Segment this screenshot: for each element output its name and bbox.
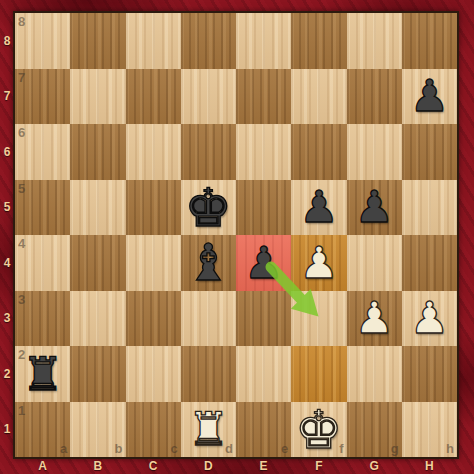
piece-white-pawn[interactable]: ♟ <box>299 241 338 285</box>
square-e7[interactable] <box>236 69 291 125</box>
square-d3[interactable] <box>181 291 236 347</box>
border-rank-label-6: 6 <box>0 124 14 180</box>
square-c7[interactable] <box>126 69 181 125</box>
square-b4[interactable] <box>70 235 125 291</box>
square-f3[interactable] <box>291 291 346 347</box>
square-a6[interactable]: 6 <box>15 124 70 180</box>
square-c8[interactable] <box>126 13 181 69</box>
border-file-label-F: F <box>291 457 346 474</box>
border-file-label-E: E <box>236 457 291 474</box>
square-e5[interactable] <box>236 180 291 236</box>
piece-black-pawn[interactable]: ♟ <box>299 185 338 229</box>
inner-rank-label-2: 2 <box>18 348 25 361</box>
square-h4[interactable] <box>402 235 457 291</box>
inner-file-label-a: a <box>60 442 67 455</box>
square-c6[interactable] <box>126 124 181 180</box>
border-rank-labels: 87654321 <box>0 13 14 457</box>
square-e2[interactable] <box>236 346 291 402</box>
inner-file-label-d: d <box>225 442 233 455</box>
inner-rank-label-5: 5 <box>18 182 25 195</box>
border-file-label-A: A <box>15 457 70 474</box>
square-c2[interactable] <box>126 346 181 402</box>
inner-rank-label-1: 1 <box>18 404 25 417</box>
square-b6[interactable] <box>70 124 125 180</box>
border-file-label-C: C <box>126 457 181 474</box>
square-b5[interactable] <box>70 180 125 236</box>
square-h7[interactable]: ♟ <box>402 69 457 125</box>
square-h2[interactable] <box>402 346 457 402</box>
square-a8[interactable]: 8 <box>15 13 70 69</box>
square-d7[interactable] <box>181 69 236 125</box>
square-g2[interactable] <box>347 346 402 402</box>
square-d6[interactable] <box>181 124 236 180</box>
square-c1[interactable]: c <box>126 402 181 458</box>
square-g8[interactable] <box>347 13 402 69</box>
square-g6[interactable] <box>347 124 402 180</box>
inner-file-label-b: b <box>115 442 123 455</box>
square-b2[interactable] <box>70 346 125 402</box>
square-d5[interactable]: ♚ <box>181 180 236 236</box>
square-c3[interactable] <box>126 291 181 347</box>
square-e3[interactable] <box>236 291 291 347</box>
square-h8[interactable] <box>402 13 457 69</box>
square-b7[interactable] <box>70 69 125 125</box>
square-d8[interactable] <box>181 13 236 69</box>
inner-file-label-f: f <box>339 442 343 455</box>
piece-black-rook[interactable]: ♜ <box>22 351 63 397</box>
square-f1[interactable]: f♚ <box>291 402 346 458</box>
inner-rank-label-8: 8 <box>18 15 25 28</box>
piece-black-pawn[interactable]: ♟ <box>244 241 283 285</box>
border-rank-label-4: 4 <box>0 235 14 291</box>
border-file-label-B: B <box>70 457 125 474</box>
square-d1[interactable]: d♜ <box>181 402 236 458</box>
border-rank-label-5: 5 <box>0 180 14 236</box>
square-f4[interactable]: ♟ <box>291 235 346 291</box>
chess-board: 87♟65♚♟♟4♝♟♟3♟♟2♜1abcd♜ef♚gh <box>13 11 459 459</box>
piece-black-pawn[interactable]: ♟ <box>354 185 393 229</box>
square-f8[interactable] <box>291 13 346 69</box>
square-b8[interactable] <box>70 13 125 69</box>
inner-file-label-g: g <box>391 442 399 455</box>
square-b1[interactable]: b <box>70 402 125 458</box>
square-g7[interactable] <box>347 69 402 125</box>
inner-rank-label-3: 3 <box>18 293 25 306</box>
border-file-label-H: H <box>402 457 457 474</box>
piece-black-pawn[interactable]: ♟ <box>410 74 449 118</box>
piece-white-pawn[interactable]: ♟ <box>410 296 449 340</box>
square-a3[interactable]: 3 <box>15 291 70 347</box>
square-g4[interactable] <box>347 235 402 291</box>
square-f7[interactable] <box>291 69 346 125</box>
inner-file-label-c: c <box>171 442 178 455</box>
square-h5[interactable] <box>402 180 457 236</box>
border-file-label-G: G <box>347 457 402 474</box>
square-e4[interactable]: ♟ <box>236 235 291 291</box>
border-file-label-D: D <box>181 457 236 474</box>
border-rank-label-7: 7 <box>0 69 14 125</box>
border-rank-label-8: 8 <box>0 13 14 69</box>
square-h1[interactable]: h <box>402 402 457 458</box>
piece-white-rook[interactable]: ♜ <box>188 406 229 452</box>
inner-rank-label-4: 4 <box>18 237 25 250</box>
piece-black-bishop[interactable]: ♝ <box>186 237 232 288</box>
square-d2[interactable] <box>181 346 236 402</box>
border-rank-label-2: 2 <box>0 346 14 402</box>
border-rank-label-3: 3 <box>0 291 14 347</box>
inner-rank-label-6: 6 <box>18 126 25 139</box>
piece-white-pawn[interactable]: ♟ <box>354 296 393 340</box>
square-f5[interactable]: ♟ <box>291 180 346 236</box>
square-g1[interactable]: g <box>347 402 402 458</box>
board-frame: 87♟65♚♟♟4♝♟♟3♟♟2♜1abcd♜ef♚gh 87654321 AB… <box>0 0 474 474</box>
inner-file-label-e: e <box>281 442 288 455</box>
square-h3[interactable]: ♟ <box>402 291 457 347</box>
piece-black-king[interactable]: ♚ <box>185 181 233 234</box>
square-a7[interactable]: 7 <box>15 69 70 125</box>
piece-white-king[interactable]: ♚ <box>295 403 343 456</box>
square-f6[interactable] <box>291 124 346 180</box>
square-a5[interactable]: 5 <box>15 180 70 236</box>
square-c5[interactable] <box>126 180 181 236</box>
inner-rank-label-7: 7 <box>18 71 25 84</box>
square-g5[interactable]: ♟ <box>347 180 402 236</box>
square-c4[interactable] <box>126 235 181 291</box>
border-rank-label-1: 1 <box>0 402 14 458</box>
square-e8[interactable] <box>236 13 291 69</box>
square-h6[interactable] <box>402 124 457 180</box>
square-f2[interactable] <box>291 346 346 402</box>
square-b3[interactable] <box>70 291 125 347</box>
square-e1[interactable]: e <box>236 402 291 458</box>
square-e6[interactable] <box>236 124 291 180</box>
border-file-labels: ABCDEFGH <box>15 457 457 474</box>
inner-file-label-h: h <box>446 442 454 455</box>
square-a2[interactable]: 2♜ <box>15 346 70 402</box>
square-a4[interactable]: 4 <box>15 235 70 291</box>
square-d4[interactable]: ♝ <box>181 235 236 291</box>
square-g3[interactable]: ♟ <box>347 291 402 347</box>
square-a1[interactable]: 1a <box>15 402 70 458</box>
